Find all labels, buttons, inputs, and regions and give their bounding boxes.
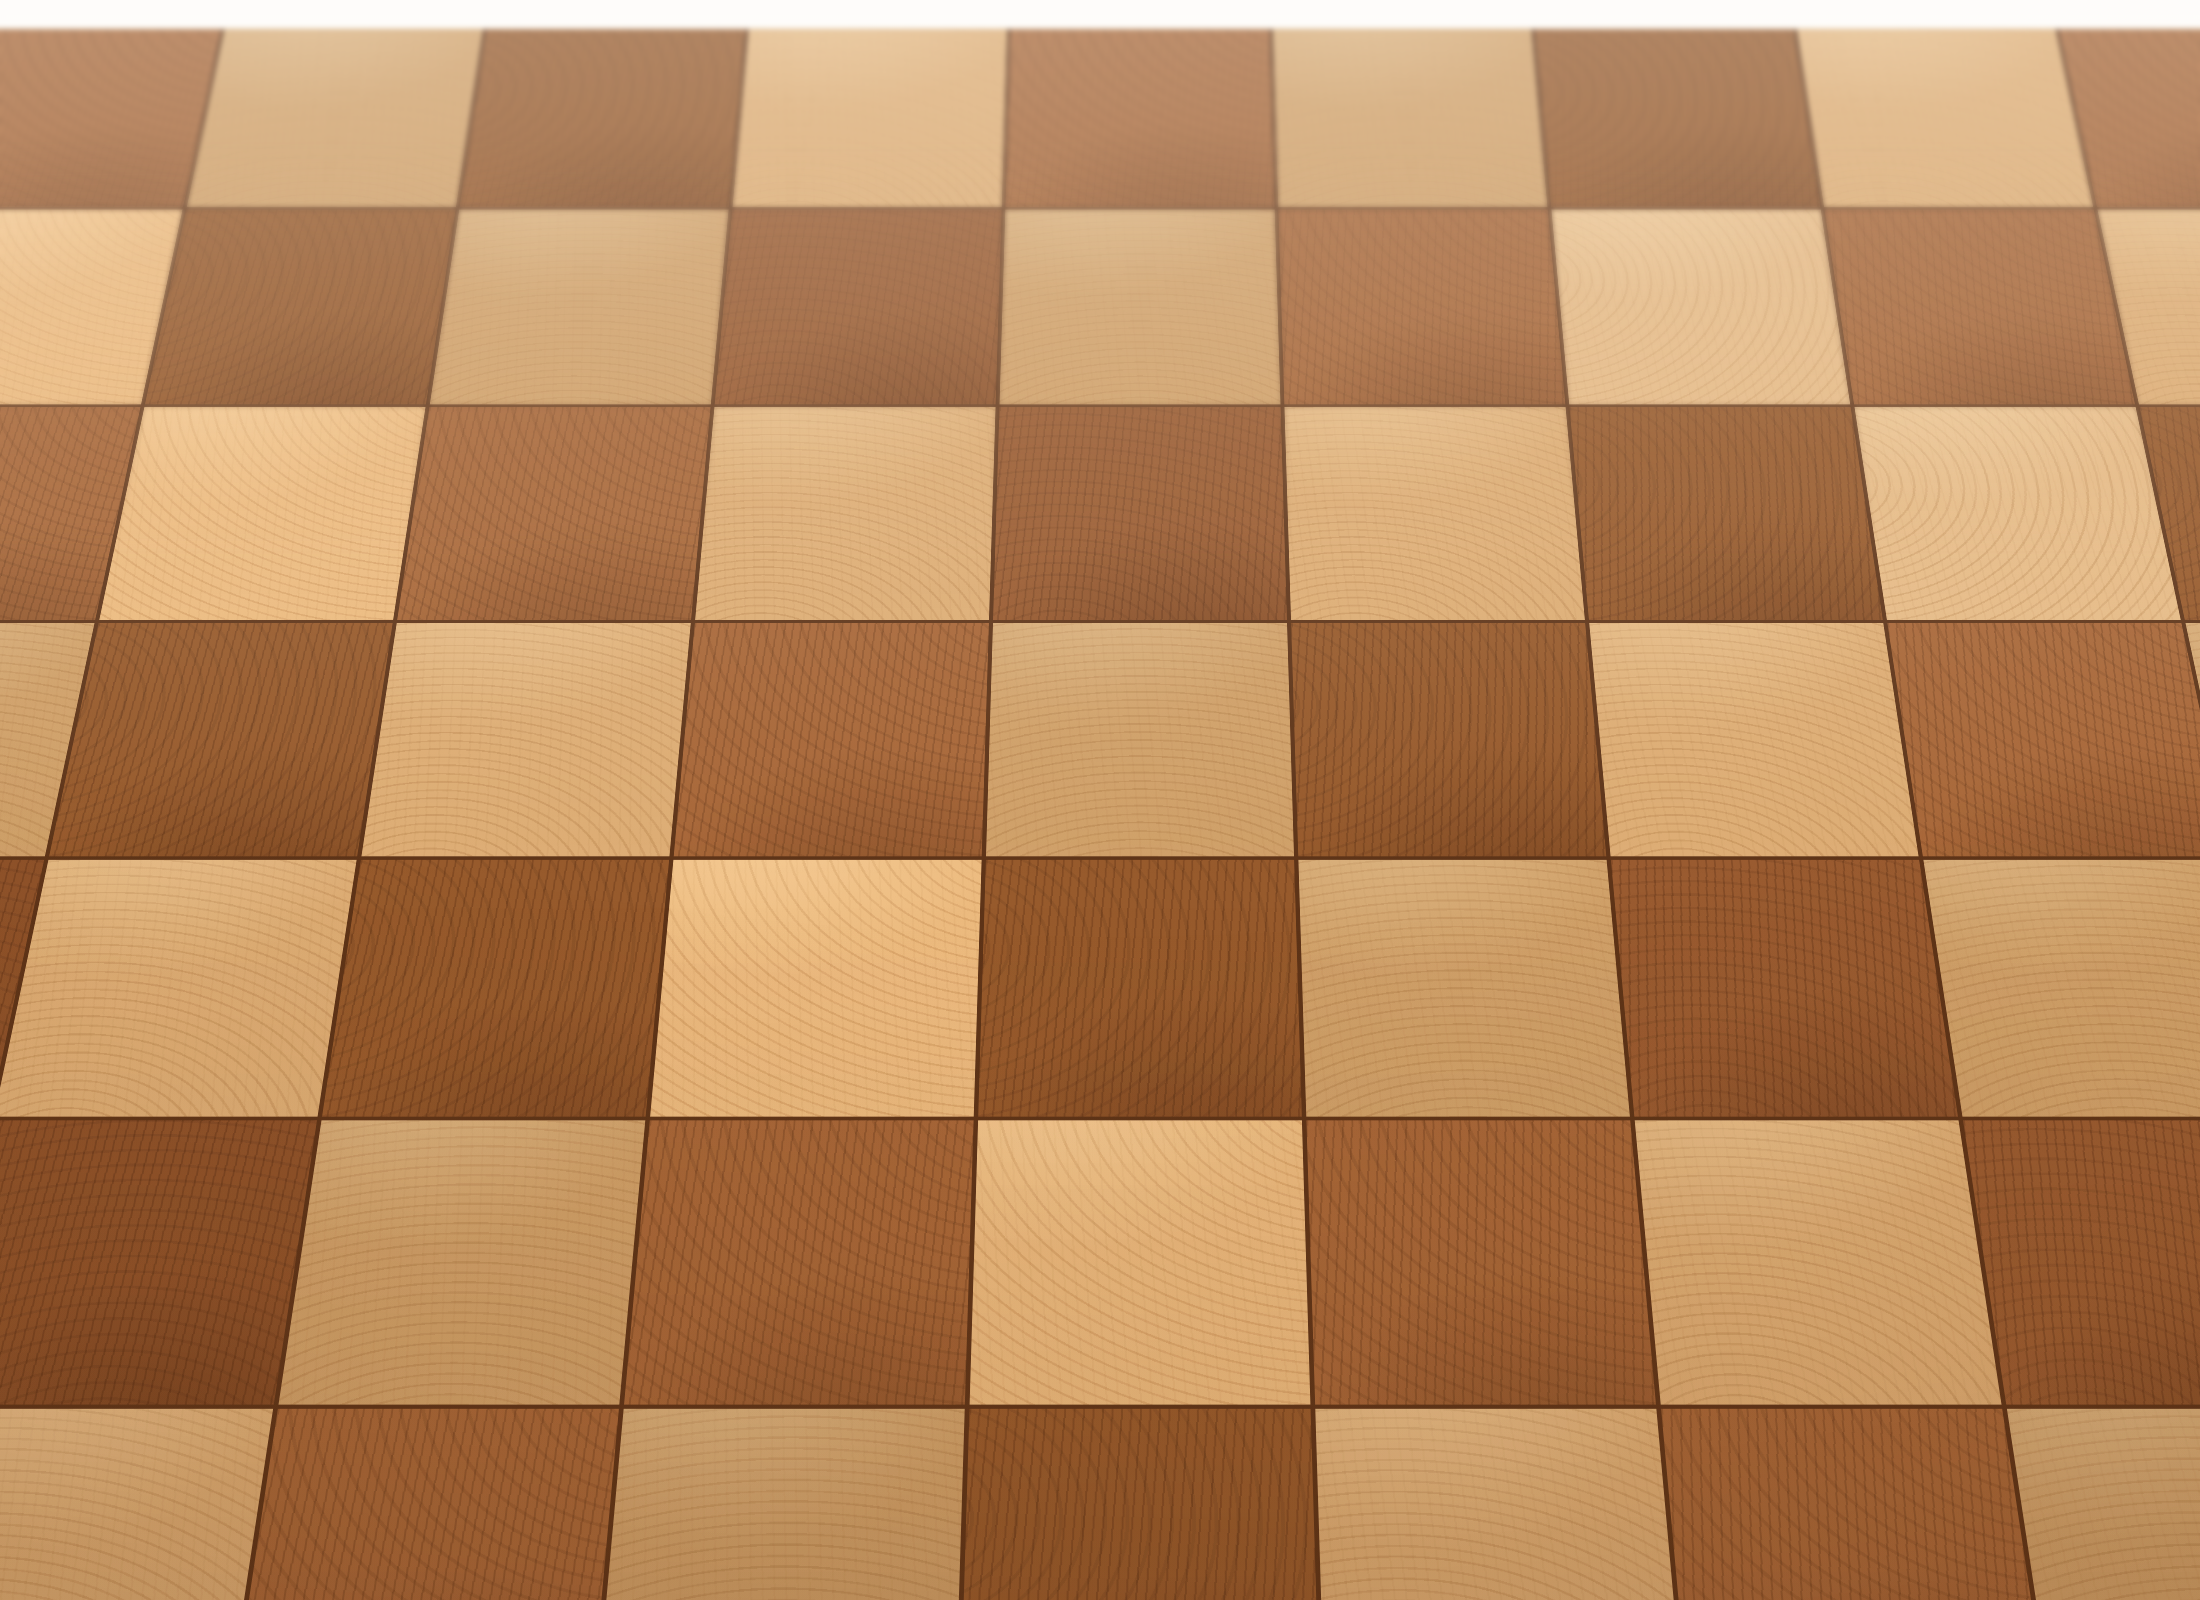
- board-square-r5c5: [970, 1120, 1311, 1404]
- board-square-r1c7: [1551, 210, 1850, 405]
- board-square-r4c5: [978, 860, 1302, 1117]
- board-square-r3c6: [1291, 623, 1606, 856]
- board-square-r5c6: [1306, 1120, 1656, 1404]
- board-square-r1c5: [1000, 210, 1281, 405]
- board-square-r1c3: [430, 210, 729, 405]
- board-square-r5c3: [278, 1120, 645, 1404]
- board-square-r6c5: [960, 1409, 1320, 1600]
- board-square-r3c2: [49, 623, 392, 856]
- board-square-r4c8: [1923, 860, 2200, 1117]
- board-square-r1c2: [145, 210, 456, 405]
- board-square-r2c8: [1855, 407, 2181, 620]
- board-square-r4c3: [322, 860, 669, 1117]
- board-square-r5c4: [624, 1120, 974, 1404]
- board-square-r5c7: [1635, 1120, 2002, 1404]
- board-square-r0c3: [460, 28, 746, 207]
- board-square-r0c7: [1535, 28, 1821, 207]
- board-square-r4c4: [650, 860, 981, 1117]
- board-square-r0c5: [1005, 28, 1274, 207]
- board-square-r0c6: [1273, 28, 1548, 207]
- board-square-r2c3: [397, 407, 710, 620]
- board-square-r1c4: [715, 210, 1002, 405]
- board-square-r2c2: [99, 407, 425, 620]
- board-square-r3c5: [986, 623, 1294, 856]
- board-square-r3c7: [1589, 623, 1918, 856]
- board-square-r3c3: [361, 623, 690, 856]
- board-square-r5c2: [0, 1120, 317, 1404]
- board-square-r3c8: [1887, 623, 2200, 856]
- board-square-r0c8: [1797, 28, 2093, 207]
- board-square-r1c8: [1824, 210, 2135, 405]
- board-square-r3c4: [674, 623, 989, 856]
- board-square-r6c3: [230, 1409, 619, 1600]
- board-square-r0c4: [733, 28, 1008, 207]
- board-square-r2c7: [1569, 407, 1882, 620]
- board-square-r5c8: [1963, 1120, 2200, 1404]
- board-square-r6c8: [2007, 1409, 2200, 1600]
- board-square-r0c2: [187, 28, 483, 207]
- board-square-r1c6: [1278, 210, 1565, 405]
- board-square-r4c7: [1611, 860, 1958, 1117]
- board-square-r6c2: [0, 1409, 273, 1600]
- board-square-r6c4: [595, 1409, 965, 1600]
- board-square-r2c5: [993, 407, 1287, 620]
- board-square-r2c4: [695, 407, 995, 620]
- board-square-r6c7: [1661, 1409, 2050, 1600]
- chessboard: [0, 28, 2200, 1600]
- board-photo: [0, 0, 2200, 1600]
- board-square-r6c6: [1315, 1409, 1685, 1600]
- board-square-r0c1: [0, 28, 221, 207]
- board-square-r2c6: [1284, 407, 1584, 620]
- board-square-r4c2: [0, 860, 357, 1117]
- board-square-r4c6: [1298, 860, 1629, 1117]
